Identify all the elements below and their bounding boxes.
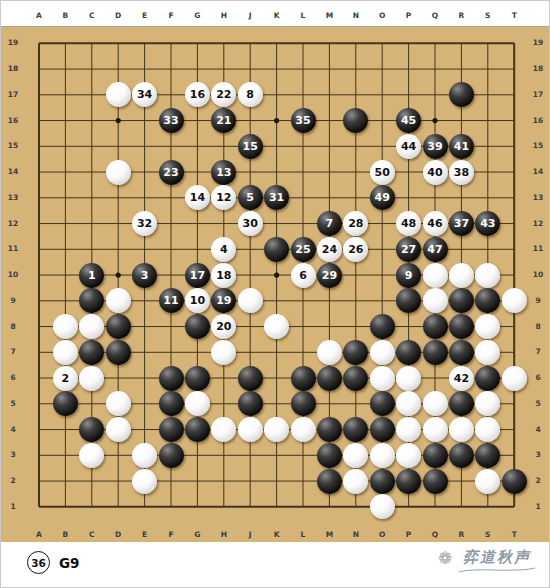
col-label-top-C: C xyxy=(89,11,95,20)
white-stone-O14: 50 xyxy=(370,160,395,185)
row-label-left-5: 5 xyxy=(10,398,15,407)
col-label-bottom-H: H xyxy=(221,530,227,539)
white-stone-S2 xyxy=(475,469,500,494)
black-stone-Q15: 39 xyxy=(423,134,448,159)
row-label-left-7: 7 xyxy=(10,347,15,356)
col-label-bottom-F: F xyxy=(168,530,173,539)
white-stone-O1 xyxy=(370,494,395,519)
row-label-right-15: 15 xyxy=(533,141,543,150)
col-label-bottom-N: N xyxy=(353,530,359,539)
white-stone-R4 xyxy=(449,417,474,442)
white-stone-N2 xyxy=(343,469,368,494)
row-label-left-17: 17 xyxy=(8,89,18,98)
row-label-left-6: 6 xyxy=(10,373,15,382)
row-label-right-7: 7 xyxy=(535,347,540,356)
col-label-bottom-D: D xyxy=(115,530,121,539)
white-stone-D9 xyxy=(106,288,131,313)
col-label-top-S: S xyxy=(485,11,490,20)
white-stone-P3 xyxy=(396,443,421,468)
col-label-top-T: T xyxy=(512,11,517,20)
white-stone-R14: 38 xyxy=(449,160,474,185)
black-stone-R15: 41 xyxy=(449,134,474,159)
row-label-right-13: 13 xyxy=(533,192,543,201)
white-stone-J12: 30 xyxy=(238,211,263,236)
col-label-bottom-C: C xyxy=(89,530,95,539)
black-stone-T2 xyxy=(502,469,527,494)
black-stone-O5 xyxy=(370,391,395,416)
black-stone-O2 xyxy=(370,469,395,494)
black-stone-L11: 25 xyxy=(291,237,316,262)
white-stone-D17 xyxy=(106,82,131,107)
row-label-left-1: 1 xyxy=(10,501,15,510)
brand-body: 弈道秋声 xyxy=(457,548,537,574)
black-stone-P11: 27 xyxy=(396,237,421,262)
row-label-right-5: 5 xyxy=(535,398,540,407)
black-stone-C7 xyxy=(79,340,104,365)
col-label-bottom-M: M xyxy=(326,530,333,539)
white-stone-L10: 6 xyxy=(291,263,316,288)
black-stone-M10: 29 xyxy=(317,263,342,288)
black-stone-O4 xyxy=(370,417,395,442)
row-label-left-9: 9 xyxy=(10,295,15,304)
black-stone-J13: 5 xyxy=(238,185,263,210)
black-stone-F6 xyxy=(159,366,184,391)
white-stone-C6 xyxy=(79,366,104,391)
white-stone-O7 xyxy=(370,340,395,365)
black-stone-D8 xyxy=(106,314,131,339)
black-stone-R8 xyxy=(449,314,474,339)
white-stone-R10 xyxy=(449,263,474,288)
black-stone-P16: 45 xyxy=(396,108,421,133)
row-label-right-2: 2 xyxy=(535,476,540,485)
col-label-top-F: F xyxy=(168,11,173,20)
col-label-top-R: R xyxy=(459,11,465,20)
col-label-bottom-S: S xyxy=(485,530,490,539)
white-stone-C3 xyxy=(79,443,104,468)
col-label-bottom-E: E xyxy=(142,530,147,539)
black-stone-G8 xyxy=(185,314,210,339)
black-stone-F4 xyxy=(159,417,184,442)
black-stone-Q2 xyxy=(423,469,448,494)
black-stone-R12: 37 xyxy=(449,211,474,236)
row-label-left-18: 18 xyxy=(8,64,18,73)
white-stone-J4 xyxy=(238,417,263,442)
white-stone-P15: 44 xyxy=(396,134,421,159)
col-label-bottom-B: B xyxy=(63,530,69,539)
black-stone-F14: 23 xyxy=(159,160,184,185)
col-label-top-N: N xyxy=(353,11,359,20)
white-stone-T6 xyxy=(502,366,527,391)
col-label-top-H: H xyxy=(221,11,227,20)
white-stone-T9 xyxy=(502,288,527,313)
col-label-bottom-Q: Q xyxy=(432,530,438,539)
white-stone-J17: 8 xyxy=(238,82,263,107)
black-stone-R7 xyxy=(449,340,474,365)
white-stone-P4 xyxy=(396,417,421,442)
col-label-top-Q: Q xyxy=(432,11,438,20)
black-stone-F9: 11 xyxy=(159,288,184,313)
row-label-right-14: 14 xyxy=(533,167,543,176)
black-stone-N6 xyxy=(343,366,368,391)
star-point-K10 xyxy=(274,272,279,277)
col-label-bottom-G: G xyxy=(194,530,200,539)
col-label-top-M: M xyxy=(326,11,333,20)
col-label-top-B: B xyxy=(63,11,69,20)
black-stone-M4 xyxy=(317,417,342,442)
white-stone-K4 xyxy=(264,417,289,442)
black-stone-L5 xyxy=(291,391,316,416)
row-label-right-12: 12 xyxy=(533,218,543,227)
white-stone-Q10 xyxy=(423,263,448,288)
white-stone-P6 xyxy=(396,366,421,391)
white-stone-E3 xyxy=(132,443,157,468)
col-label-top-J: J xyxy=(249,11,252,20)
flower-seal-icon: ❁ xyxy=(438,548,452,568)
black-stone-M12: 7 xyxy=(317,211,342,236)
white-stone-Q5 xyxy=(423,391,448,416)
white-stone-R6: 42 xyxy=(449,366,474,391)
col-label-bottom-R: R xyxy=(459,530,465,539)
col-label-bottom-T: T xyxy=(512,530,517,539)
white-stone-B6: 2 xyxy=(53,366,78,391)
black-stone-F3 xyxy=(159,443,184,468)
black-stone-K11 xyxy=(264,237,289,262)
row-label-left-8: 8 xyxy=(10,321,15,330)
row-label-left-19: 19 xyxy=(8,38,18,47)
black-stone-S3 xyxy=(475,443,500,468)
col-label-bottom-K: K xyxy=(274,530,280,539)
row-label-right-8: 8 xyxy=(535,321,540,330)
row-label-right-6: 6 xyxy=(535,373,540,382)
row-label-right-3: 3 xyxy=(535,450,540,459)
black-stone-M6 xyxy=(317,366,342,391)
white-stone-E12: 32 xyxy=(132,211,157,236)
row-label-right-16: 16 xyxy=(533,115,543,124)
row-label-left-10: 10 xyxy=(8,270,18,279)
col-label-top-K: K xyxy=(274,11,280,20)
row-label-right-17: 17 xyxy=(533,89,543,98)
white-stone-O3 xyxy=(370,443,395,468)
white-stone-Q14: 40 xyxy=(423,160,448,185)
black-stone-G10: 17 xyxy=(185,263,210,288)
black-stone-J15: 15 xyxy=(238,134,263,159)
white-stone-B8 xyxy=(53,314,78,339)
brand-watermark: ❁ 弈道秋声 xyxy=(438,548,537,574)
col-label-top-L: L xyxy=(301,11,306,20)
row-label-left-3: 3 xyxy=(10,450,15,459)
black-stone-R3 xyxy=(449,443,474,468)
row-label-right-9: 9 xyxy=(535,295,540,304)
black-stone-G6 xyxy=(185,366,210,391)
black-stone-D7 xyxy=(106,340,131,365)
white-stone-D4 xyxy=(106,417,131,442)
col-label-top-G: G xyxy=(194,11,200,20)
white-stone-P12: 48 xyxy=(396,211,421,236)
black-stone-Q7 xyxy=(423,340,448,365)
white-stone-E2 xyxy=(132,469,157,494)
go-board: 3416228332135451544394123135040381412531… xyxy=(1,26,550,543)
row-label-right-4: 4 xyxy=(535,424,540,433)
row-label-right-11: 11 xyxy=(533,244,543,253)
col-label-top-A: A xyxy=(36,11,42,20)
white-stone-Q12: 46 xyxy=(423,211,448,236)
black-stone-N7 xyxy=(343,340,368,365)
row-label-right-10: 10 xyxy=(533,270,543,279)
col-label-bottom-A: A xyxy=(36,530,42,539)
col-label-top-D: D xyxy=(115,11,121,20)
col-label-bottom-L: L xyxy=(301,530,306,539)
white-stone-J9 xyxy=(238,288,263,313)
black-stone-P2 xyxy=(396,469,421,494)
black-stone-L16: 35 xyxy=(291,108,316,133)
white-stone-N11: 26 xyxy=(343,237,368,262)
row-label-left-11: 11 xyxy=(8,244,18,253)
white-move-36-badge: 36 xyxy=(27,551,50,574)
star-point-D16 xyxy=(116,118,121,123)
go-diagram-page: 3416228332135451544394123135040381412531… xyxy=(0,0,550,588)
col-label-bottom-O: O xyxy=(379,530,385,539)
black-stone-Q11: 47 xyxy=(423,237,448,262)
black-stone-Q3 xyxy=(423,443,448,468)
col-label-bottom-P: P xyxy=(406,530,412,539)
move-caption: 36 G9 xyxy=(27,551,79,574)
black-stone-P7 xyxy=(396,340,421,365)
white-stone-H10: 18 xyxy=(211,263,236,288)
white-stone-M7 xyxy=(317,340,342,365)
black-stone-G4 xyxy=(185,417,210,442)
white-stone-O6 xyxy=(370,366,395,391)
move-caption-coordinate: G9 xyxy=(59,555,79,571)
col-label-bottom-J: J xyxy=(249,530,252,539)
white-stone-H7 xyxy=(211,340,236,365)
black-stone-C10: 1 xyxy=(79,263,104,288)
row-label-left-15: 15 xyxy=(8,141,18,150)
black-stone-F16: 33 xyxy=(159,108,184,133)
star-point-D10 xyxy=(116,272,121,277)
row-label-left-2: 2 xyxy=(10,476,15,485)
white-stone-S10 xyxy=(475,263,500,288)
black-stone-M3 xyxy=(317,443,342,468)
white-stone-K8 xyxy=(264,314,289,339)
white-stone-L4 xyxy=(291,417,316,442)
col-label-top-P: P xyxy=(406,11,412,20)
black-stone-L6 xyxy=(291,366,316,391)
white-stone-N3 xyxy=(343,443,368,468)
black-stone-J5 xyxy=(238,391,263,416)
col-label-top-O: O xyxy=(379,11,385,20)
white-stone-B7 xyxy=(53,340,78,365)
row-label-left-4: 4 xyxy=(10,424,15,433)
row-label-left-14: 14 xyxy=(8,167,18,176)
white-stone-D5 xyxy=(106,391,131,416)
row-label-left-12: 12 xyxy=(8,218,18,227)
black-stone-O8 xyxy=(370,314,395,339)
black-stone-J6 xyxy=(238,366,263,391)
white-stone-H11: 4 xyxy=(211,237,236,262)
white-stone-Q9 xyxy=(423,288,448,313)
white-stone-Q4 xyxy=(423,417,448,442)
black-stone-H14: 13 xyxy=(211,160,236,185)
white-stone-S7 xyxy=(475,340,500,365)
row-label-right-19: 19 xyxy=(533,38,543,47)
black-stone-P10: 9 xyxy=(396,263,421,288)
black-stone-F5 xyxy=(159,391,184,416)
white-stone-M11: 24 xyxy=(317,237,342,262)
row-label-right-1: 1 xyxy=(535,501,540,510)
row-label-left-16: 16 xyxy=(8,115,18,124)
black-stone-M2 xyxy=(317,469,342,494)
white-stone-D14 xyxy=(106,160,131,185)
brand-name: 弈道秋声 xyxy=(463,548,531,566)
row-label-right-18: 18 xyxy=(533,64,543,73)
star-point-Q16 xyxy=(432,118,437,123)
star-point-K16 xyxy=(274,118,279,123)
black-stone-E10: 3 xyxy=(132,263,157,288)
black-stone-S6 xyxy=(475,366,500,391)
black-stone-Q8 xyxy=(423,314,448,339)
brand-underline-flourish xyxy=(457,566,537,574)
footer: 36 G9 ❁ 弈道秋声 xyxy=(1,542,550,588)
black-stone-O13: 49 xyxy=(370,185,395,210)
col-label-top-E: E xyxy=(142,11,147,20)
row-label-left-13: 13 xyxy=(8,192,18,201)
